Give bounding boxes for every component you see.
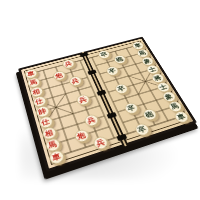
piece-glyph: 相	[44, 128, 54, 137]
piece-glyph: 兵	[64, 60, 72, 66]
piece-glyph: 象	[142, 58, 151, 64]
hinge-knuckle	[87, 70, 96, 76]
piece-glyph: 車	[176, 112, 186, 120]
piece-glyph: 炮	[55, 72, 64, 79]
piece-glyph: 象	[164, 92, 174, 99]
piece-glyph: 兵	[70, 77, 79, 84]
piece-glyph: 馬	[169, 102, 179, 110]
piece-glyph: 仕	[41, 117, 50, 125]
hinge-knuckle	[97, 90, 107, 96]
piece-glyph: 車	[133, 42, 141, 48]
piece-glyph: 兵	[78, 96, 87, 104]
piece-glyph: 馬	[47, 140, 57, 149]
piece-glyph: 馬	[29, 79, 37, 86]
piece-glyph: 士	[147, 66, 156, 73]
piece-glyph: 帥	[38, 107, 47, 115]
piece-glyph: 兵	[95, 138, 105, 147]
piece-glyph: 馬	[138, 50, 147, 56]
hinge-knuckle	[107, 112, 117, 119]
piece-glyph: 卒	[107, 67, 116, 74]
game-caption: Chinese Chess (Xiangqi)	[0, 0, 1, 1]
piece-glyph: 卒	[126, 104, 136, 112]
hinge-knuckle	[116, 134, 127, 141]
piece-glyph: 將	[153, 74, 162, 81]
piece-glyph: 卒	[99, 51, 107, 57]
piece-glyph: 卒	[136, 125, 146, 134]
piece-glyph: 兵	[86, 116, 96, 124]
piece-glyph: 砲	[144, 110, 154, 118]
piece-glyph: 卒	[116, 85, 125, 92]
piece-glyph: 相	[32, 88, 41, 95]
piece-glyph: 士	[158, 83, 168, 90]
piece-glyph: 砲	[115, 56, 124, 62]
piece-glyph: 仕	[35, 97, 44, 105]
piece-glyph: 炮	[76, 131, 86, 140]
piece-glyph: 車	[51, 152, 61, 162]
hinge-knuckle	[80, 52, 89, 57]
product-photo-scene: 車馬相仕帥仕相馬車炮炮兵兵兵兵兵卒卒卒卒卒砲砲車馬象士將士象馬車 Chinese…	[0, 0, 200, 200]
piece-glyph: 車	[26, 70, 34, 77]
